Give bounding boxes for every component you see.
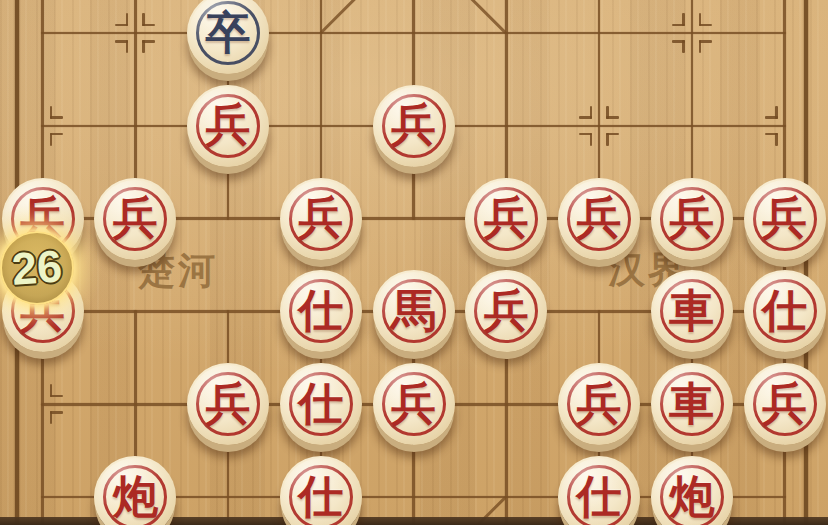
star-point-marker xyxy=(699,40,702,53)
star-point-marker xyxy=(606,133,609,146)
star-point-marker xyxy=(50,133,53,146)
xiangqi-board[interactable]: 楚河 汉界 卒兵兵兵兵兵兵兵兵兵兵仕馬兵車仕兵仕兵兵車兵炮仕仕炮 26 xyxy=(0,0,828,525)
star-point-marker xyxy=(126,40,129,53)
star-point-marker xyxy=(590,133,593,146)
piece-red[interactable]: 兵 xyxy=(94,178,176,260)
star-point-marker xyxy=(775,133,778,146)
piece-character: 兵 xyxy=(206,103,251,148)
star-point-marker xyxy=(682,13,685,26)
piece-character: 兵 xyxy=(484,289,529,334)
piece-character: 兵 xyxy=(762,382,807,427)
piece-red[interactable]: 兵 xyxy=(651,178,733,260)
piece-red[interactable]: 仕 xyxy=(280,363,362,445)
piece-character: 兵 xyxy=(484,196,529,241)
piece-character: 兵 xyxy=(391,382,436,427)
piece-red[interactable]: 兵 xyxy=(280,178,362,260)
star-point-marker xyxy=(142,40,145,53)
piece-character: 兵 xyxy=(577,196,622,241)
piece-character: 炮 xyxy=(669,475,714,520)
piece-character: 馬 xyxy=(391,289,436,334)
piece-character: 兵 xyxy=(762,196,807,241)
piece-character: 兵 xyxy=(669,196,714,241)
piece-red[interactable]: 車 xyxy=(651,363,733,445)
piece-red[interactable]: 仕 xyxy=(744,270,826,352)
grid-line xyxy=(804,0,808,525)
piece-character: 仕 xyxy=(298,475,343,520)
star-point-marker xyxy=(50,106,53,119)
star-point-marker xyxy=(682,40,685,53)
piece-character: 仕 xyxy=(762,289,807,334)
star-point-marker xyxy=(775,106,778,119)
piece-red[interactable]: 兵 xyxy=(465,178,547,260)
piece-red[interactable]: 兵 xyxy=(187,363,269,445)
piece-red[interactable]: 兵 xyxy=(744,363,826,445)
piece-character: 仕 xyxy=(577,475,622,520)
piece-character: 兵 xyxy=(391,103,436,148)
star-point-marker xyxy=(699,13,702,26)
star-point-marker xyxy=(606,106,609,119)
star-point-marker xyxy=(50,411,53,424)
piece-character: 仕 xyxy=(298,289,343,334)
piece-character: 炮 xyxy=(113,475,158,520)
piece-red[interactable]: 兵 xyxy=(373,363,455,445)
piece-red[interactable]: 兵 xyxy=(187,85,269,167)
piece-red[interactable]: 兵 xyxy=(373,85,455,167)
piece-character: 車 xyxy=(669,382,714,427)
star-point-marker xyxy=(142,13,145,26)
star-point-marker xyxy=(590,106,593,119)
piece-red[interactable]: 兵 xyxy=(744,178,826,260)
piece-character: 兵 xyxy=(113,196,158,241)
star-point-marker xyxy=(126,13,129,26)
piece-character: 車 xyxy=(669,289,714,334)
counter-badge: 26 xyxy=(0,231,74,305)
piece-red[interactable]: 車 xyxy=(651,270,733,352)
piece-character: 卒 xyxy=(206,11,251,56)
piece-character: 兵 xyxy=(577,382,622,427)
piece-red[interactable]: 兵 xyxy=(558,178,640,260)
piece-character: 兵 xyxy=(298,196,343,241)
piece-character: 兵 xyxy=(206,382,251,427)
counter-badge-value: 26 xyxy=(10,240,64,295)
star-point-marker xyxy=(50,384,53,397)
piece-character: 仕 xyxy=(298,382,343,427)
grid-line xyxy=(783,0,786,525)
piece-red[interactable]: 仕 xyxy=(280,270,362,352)
piece-red[interactable]: 馬 xyxy=(373,270,455,352)
piece-red[interactable]: 兵 xyxy=(558,363,640,445)
